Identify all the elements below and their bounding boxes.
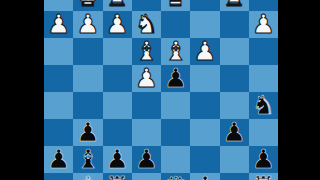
square-d4[interactable]: ♟ <box>161 65 190 92</box>
square-e2[interactable]: ♞ <box>132 11 161 38</box>
square-d7[interactable] <box>161 146 190 173</box>
square-h6[interactable] <box>44 119 73 146</box>
square-a8[interactable]: ♜ <box>249 173 278 180</box>
square-f4[interactable] <box>103 65 132 92</box>
square-e3[interactable]: ♝ <box>132 38 161 65</box>
square-a5[interactable]: ♞ <box>249 92 278 119</box>
square-f8[interactable]: ♜ <box>103 173 132 180</box>
square-g6[interactable]: ♟ <box>73 119 102 146</box>
piece-black-pawn: ♟ <box>76 119 99 146</box>
piece-white-pawn: ♟ <box>47 11 70 38</box>
piece-white-bishop: ♝ <box>135 38 158 65</box>
square-b1[interactable]: ♜ <box>220 0 249 11</box>
square-b2[interactable] <box>220 11 249 38</box>
square-g5[interactable] <box>73 92 102 119</box>
square-c7[interactable] <box>190 146 219 173</box>
chess-board: ♚♜♛♜♟♟♟♞♟♝♝♟♟♟♞♟♟♟♝♟♟♟♚♜♛♝♜ <box>44 0 278 180</box>
letterbox-bar-left <box>0 0 44 180</box>
square-h7[interactable]: ♟ <box>44 146 73 173</box>
square-h2[interactable]: ♟ <box>44 11 73 38</box>
piece-white-rook: ♜ <box>222 0 245 11</box>
square-b7[interactable] <box>220 146 249 173</box>
piece-black-pawn: ♟ <box>47 146 70 173</box>
square-a7[interactable]: ♟ <box>249 146 278 173</box>
piece-black-rook: ♜ <box>252 173 275 180</box>
piece-white-pawn: ♟ <box>252 11 275 38</box>
square-g4[interactable] <box>73 65 102 92</box>
piece-white-bishop: ♝ <box>164 38 187 65</box>
piece-black-queen: ♛ <box>164 173 187 180</box>
piece-white-pawn: ♟ <box>105 11 128 38</box>
square-h5[interactable] <box>44 92 73 119</box>
square-f5[interactable] <box>103 92 132 119</box>
letterbox-bar-right <box>278 0 320 180</box>
square-e6[interactable] <box>132 119 161 146</box>
square-f6[interactable] <box>103 119 132 146</box>
square-g7[interactable]: ♝ <box>73 146 102 173</box>
piece-white-pawn: ♟ <box>76 11 99 38</box>
square-c1[interactable] <box>190 0 219 11</box>
square-d5[interactable] <box>161 92 190 119</box>
piece-black-pawn: ♟ <box>105 146 128 173</box>
square-g2[interactable]: ♟ <box>73 11 102 38</box>
square-b6[interactable]: ♟ <box>220 119 249 146</box>
square-c8[interactable]: ♝ <box>190 173 219 180</box>
square-a3[interactable] <box>249 38 278 65</box>
square-e5[interactable] <box>132 92 161 119</box>
square-d8[interactable]: ♛ <box>161 173 190 180</box>
square-d2[interactable] <box>161 11 190 38</box>
square-c6[interactable] <box>190 119 219 146</box>
piece-black-king: ♚ <box>76 173 99 180</box>
square-e7[interactable]: ♟ <box>132 146 161 173</box>
piece-white-pawn: ♟ <box>135 65 158 92</box>
piece-white-pawn: ♟ <box>193 38 216 65</box>
square-h8[interactable] <box>44 173 73 180</box>
square-c3[interactable]: ♟ <box>190 38 219 65</box>
square-b4[interactable] <box>220 65 249 92</box>
square-g8[interactable]: ♚ <box>73 173 102 180</box>
square-b3[interactable] <box>220 38 249 65</box>
square-a6[interactable] <box>249 119 278 146</box>
piece-black-bishop: ♝ <box>193 173 216 180</box>
chess-thumbnail: ♚♜♛♜♟♟♟♞♟♝♝♟♟♟♞♟♟♟♝♟♟♟♚♜♛♝♜ <box>0 0 320 180</box>
square-b5[interactable] <box>220 92 249 119</box>
square-a4[interactable] <box>249 65 278 92</box>
piece-black-pawn: ♟ <box>135 146 158 173</box>
square-f3[interactable] <box>103 38 132 65</box>
square-a2[interactable]: ♟ <box>249 11 278 38</box>
piece-black-pawn: ♟ <box>164 65 187 92</box>
square-h3[interactable] <box>44 38 73 65</box>
square-e8[interactable] <box>132 173 161 180</box>
square-c2[interactable] <box>190 11 219 38</box>
piece-black-knight: ♞ <box>252 92 275 119</box>
square-d1[interactable]: ♛ <box>161 0 190 11</box>
square-b8[interactable] <box>220 173 249 180</box>
square-f2[interactable]: ♟ <box>103 11 132 38</box>
piece-black-bishop: ♝ <box>76 146 99 173</box>
piece-black-rook: ♜ <box>105 173 128 180</box>
square-f7[interactable]: ♟ <box>103 146 132 173</box>
piece-black-pawn: ♟ <box>252 146 275 173</box>
square-c4[interactable] <box>190 65 219 92</box>
square-d6[interactable] <box>161 119 190 146</box>
piece-white-knight: ♞ <box>135 11 158 38</box>
piece-white-queen: ♛ <box>164 0 187 11</box>
square-c5[interactable] <box>190 92 219 119</box>
square-g3[interactable] <box>73 38 102 65</box>
square-h4[interactable] <box>44 65 73 92</box>
piece-black-pawn: ♟ <box>222 119 245 146</box>
square-e4[interactable]: ♟ <box>132 65 161 92</box>
square-d3[interactable]: ♝ <box>161 38 190 65</box>
